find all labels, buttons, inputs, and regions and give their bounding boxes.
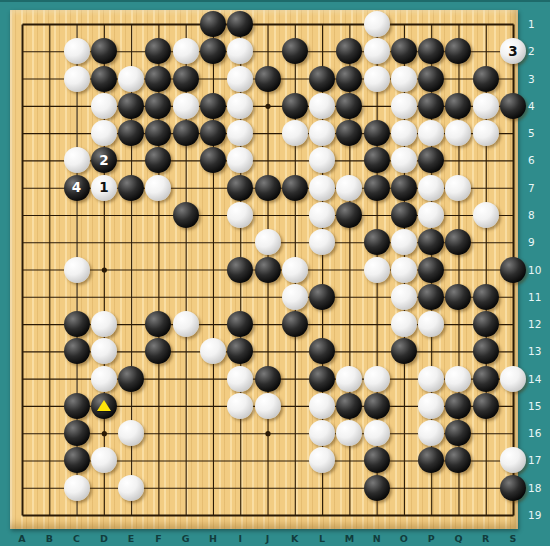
white-stone [500, 366, 526, 392]
move-number-label: 3 [500, 38, 526, 64]
row-label: 15 [528, 401, 541, 412]
col-label: Q [454, 534, 462, 544]
row-label: 12 [528, 319, 541, 330]
row-label: 8 [528, 210, 535, 221]
black-stone [500, 475, 526, 501]
white-stone [336, 175, 362, 201]
white-stone [309, 393, 335, 419]
row-label: 1 [528, 19, 535, 30]
black-stone [364, 175, 390, 201]
black-stone [282, 93, 308, 119]
white-stone [64, 257, 90, 283]
white-stone [364, 38, 390, 64]
black-stone [255, 66, 281, 92]
white-stone [309, 175, 335, 201]
white-stone [473, 93, 499, 119]
black-stone [364, 475, 390, 501]
white-stone [145, 175, 171, 201]
white-stone [445, 366, 471, 392]
white-stone [227, 393, 253, 419]
row-label: 10 [528, 265, 541, 276]
white-stone [91, 366, 117, 392]
row-label: 6 [528, 155, 535, 166]
col-label: P [428, 534, 435, 544]
black-stone [118, 93, 144, 119]
go-board-app: 1234 12345678910111213141516171819ABCDEF… [0, 0, 550, 546]
col-label: A [18, 534, 25, 544]
black-stone [64, 311, 90, 337]
white-stone [391, 229, 417, 255]
white-stone [364, 66, 390, 92]
row-label: 14 [528, 374, 541, 385]
white-stone [282, 257, 308, 283]
white-stone [309, 93, 335, 119]
star-point [265, 431, 270, 436]
white-stone [391, 257, 417, 283]
black-stone [309, 284, 335, 310]
row-label: 5 [528, 128, 535, 139]
col-label: L [319, 534, 325, 544]
black-stone [64, 338, 90, 364]
black-stone [173, 202, 199, 228]
white-stone [64, 475, 90, 501]
white-stone [445, 175, 471, 201]
black-stone [418, 257, 444, 283]
row-label: 17 [528, 455, 541, 466]
black-stone [473, 338, 499, 364]
black-stone [391, 175, 417, 201]
black-stone [91, 66, 117, 92]
black-stone [418, 66, 444, 92]
col-label: O [400, 534, 408, 544]
white-stone [364, 11, 390, 37]
row-label: 3 [528, 74, 535, 85]
white-stone [364, 257, 390, 283]
col-label: C [73, 534, 80, 544]
black-stone [309, 366, 335, 392]
black-stone [227, 175, 253, 201]
white-stone [255, 229, 281, 255]
white-stone [418, 202, 444, 228]
black-stone [255, 366, 281, 392]
white-stone [64, 66, 90, 92]
black-stone [391, 38, 417, 64]
star-point [102, 431, 107, 436]
white-stone [282, 284, 308, 310]
col-label: J [266, 534, 270, 544]
row-label: 13 [528, 346, 541, 357]
black-stone [500, 93, 526, 119]
black-stone [309, 66, 335, 92]
go-board[interactable]: 1234 [10, 10, 518, 529]
col-label: S [510, 534, 517, 544]
row-label: 4 [528, 101, 535, 112]
row-label: 18 [528, 483, 541, 494]
col-label: G [182, 534, 190, 544]
row-label: 16 [528, 428, 541, 439]
black-stone [255, 257, 281, 283]
black-stone [200, 120, 226, 146]
black-stone [473, 284, 499, 310]
black-stone [282, 38, 308, 64]
white-stone [391, 66, 417, 92]
triangle-marker [97, 400, 111, 411]
black-stone [364, 393, 390, 419]
white-stone [500, 447, 526, 473]
black-stone [364, 447, 390, 473]
black-stone [145, 66, 171, 92]
white-stone [418, 393, 444, 419]
black-stone [200, 11, 226, 37]
white-stone [255, 393, 281, 419]
black-stone [500, 257, 526, 283]
black-stone [336, 93, 362, 119]
white-stone [227, 66, 253, 92]
black-stone [473, 311, 499, 337]
white-stone [64, 147, 90, 173]
col-label: E [128, 534, 135, 544]
white-stone [118, 475, 144, 501]
white-stone [473, 202, 499, 228]
white-stone [118, 66, 144, 92]
white-stone [309, 202, 335, 228]
col-label: B [46, 534, 53, 544]
black-stone [173, 66, 199, 92]
white-stone [418, 366, 444, 392]
black-stone [64, 447, 90, 473]
white-stone [418, 175, 444, 201]
white-stone [391, 120, 417, 146]
white-stone [391, 93, 417, 119]
black-stone [227, 257, 253, 283]
white-stone [173, 93, 199, 119]
white-stone [91, 120, 117, 146]
star-point [102, 267, 107, 272]
move-number-label: 4 [64, 175, 90, 201]
white-stone [64, 38, 90, 64]
col-label: N [373, 534, 381, 544]
black-stone [391, 202, 417, 228]
white-stone [227, 366, 253, 392]
col-label: F [155, 534, 162, 544]
black-stone [118, 175, 144, 201]
black-stone [418, 284, 444, 310]
col-label: M [345, 534, 354, 544]
black-stone [173, 120, 199, 146]
white-stone [227, 93, 253, 119]
white-stone [473, 120, 499, 146]
col-label: H [209, 534, 217, 544]
col-label: I [238, 534, 242, 544]
black-stone [473, 393, 499, 419]
black-stone [473, 66, 499, 92]
black-stone [364, 147, 390, 173]
white-stone [91, 311, 117, 337]
col-label: D [100, 534, 108, 544]
white-stone [336, 366, 362, 392]
black-stone [473, 366, 499, 392]
black-stone [64, 420, 90, 446]
black-stone [255, 175, 281, 201]
row-label: 11 [528, 292, 541, 303]
white-stone [91, 338, 117, 364]
white-stone [364, 420, 390, 446]
row-label: 7 [528, 183, 535, 194]
black-stone [200, 93, 226, 119]
white-stone [227, 202, 253, 228]
star-point [265, 104, 270, 109]
black-stone [364, 229, 390, 255]
row-label: 9 [528, 237, 535, 248]
black-stone [282, 175, 308, 201]
black-stone [64, 393, 90, 419]
black-stone [418, 93, 444, 119]
white-stone [309, 120, 335, 146]
white-stone [282, 120, 308, 146]
row-label: 19 [528, 510, 541, 521]
black-stone [364, 120, 390, 146]
row-label: 2 [528, 46, 535, 57]
black-stone [282, 311, 308, 337]
white-stone [391, 284, 417, 310]
white-stone [364, 366, 390, 392]
col-label: R [482, 534, 489, 544]
move-number-label: 1 [91, 175, 117, 201]
black-stone [336, 66, 362, 92]
col-label: K [291, 534, 298, 544]
white-stone [91, 93, 117, 119]
black-stone [91, 38, 117, 64]
white-stone [173, 311, 199, 337]
white-stone [391, 311, 417, 337]
black-stone [118, 366, 144, 392]
move-number-label: 2 [91, 147, 117, 173]
white-stone [173, 38, 199, 64]
